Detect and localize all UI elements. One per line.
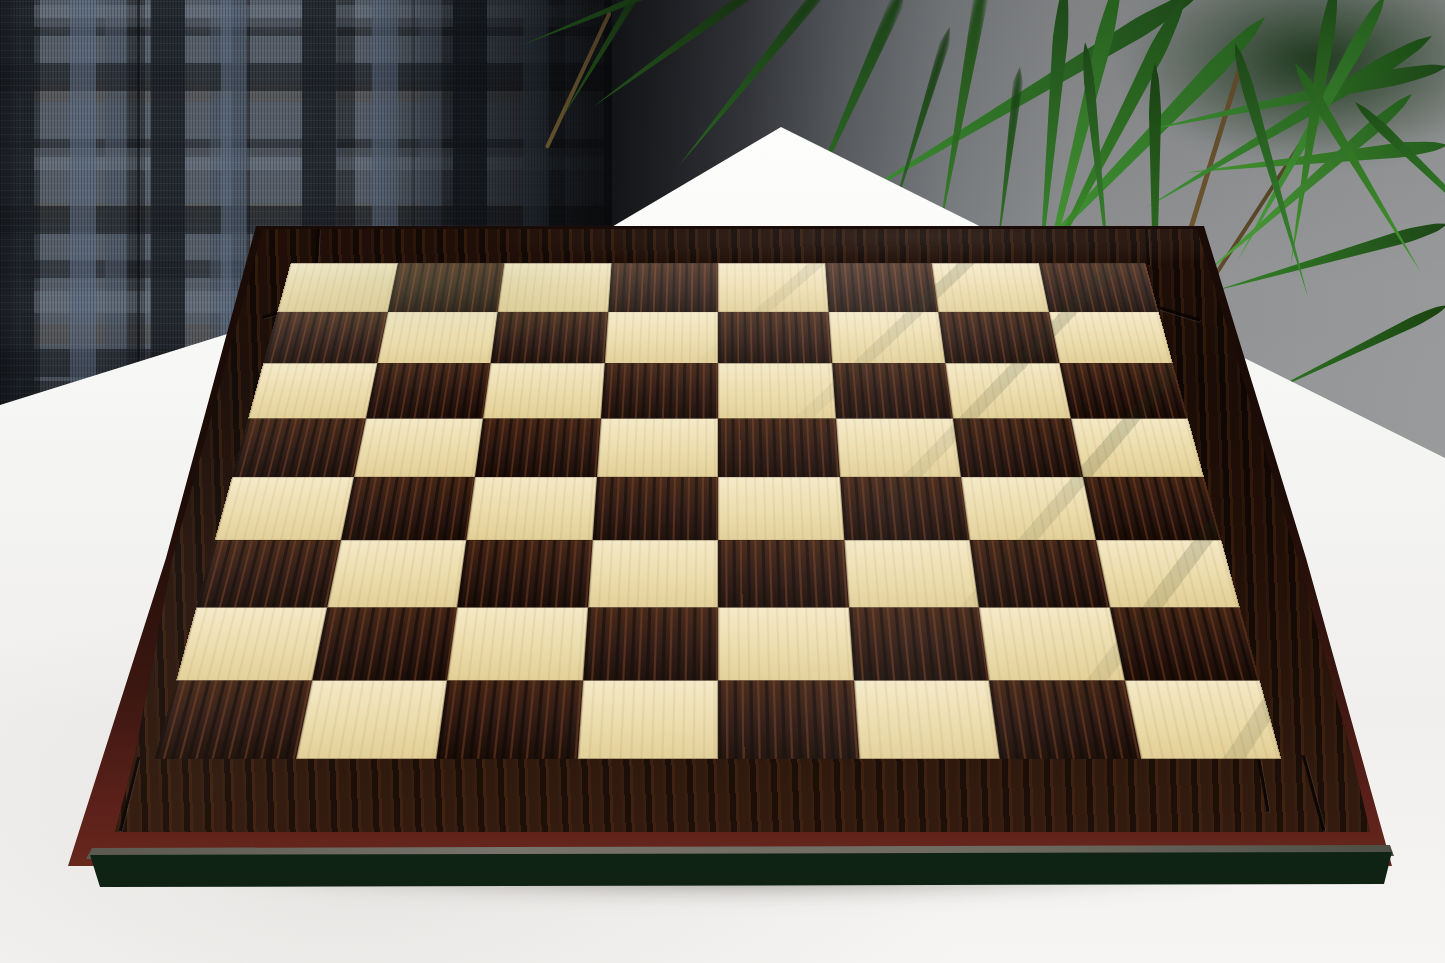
square-r7c6 (848, 607, 988, 680)
square-r1c3 (498, 263, 611, 311)
square-r7c3 (447, 607, 587, 680)
square-r7c4 (583, 607, 718, 680)
square-r4c5 (718, 418, 840, 477)
square-r7c2 (312, 607, 457, 680)
square-r5c5 (718, 477, 844, 540)
scene (0, 0, 1445, 963)
square-r5c6 (840, 477, 970, 540)
square-r4c4 (597, 418, 719, 477)
square-r3c6 (832, 363, 953, 418)
square-r1c6 (825, 263, 938, 311)
square-r8c2 (296, 680, 448, 758)
frame-corner-groove (1156, 305, 1201, 321)
square-r5c8 (1083, 477, 1222, 540)
square-r3c1 (248, 363, 377, 418)
square-r6c8 (1095, 540, 1239, 608)
square-r4c7 (953, 418, 1083, 477)
palm-leaf (587, 0, 769, 114)
square-r3c4 (601, 363, 718, 418)
square-r2c8 (1048, 312, 1172, 364)
square-r7c7 (979, 607, 1124, 680)
square-r5c3 (466, 477, 596, 540)
square-r6c4 (588, 540, 718, 608)
square-r3c2 (366, 363, 491, 418)
square-r7c8 (1109, 607, 1259, 680)
square-r2c4 (604, 312, 718, 364)
square-r5c4 (592, 477, 718, 540)
square-r8c1 (155, 680, 312, 758)
square-r6c2 (327, 540, 467, 608)
square-r2c3 (491, 312, 608, 364)
frame-corner-groove (1302, 755, 1325, 831)
square-r5c1 (215, 477, 354, 540)
square-r1c4 (608, 263, 718, 311)
square-r6c6 (844, 540, 979, 608)
frame-corner-groove (1145, 229, 1150, 265)
square-r7c5 (718, 607, 853, 680)
square-r6c7 (970, 540, 1110, 608)
square-r4c6 (835, 418, 961, 477)
square-r2c2 (377, 312, 498, 364)
square-r6c5 (718, 540, 848, 608)
square-r2c1 (263, 312, 387, 364)
square-r2c7 (938, 312, 1059, 364)
square-r2c5 (718, 312, 832, 364)
square-r6c3 (457, 540, 592, 608)
square-r1c5 (718, 263, 828, 311)
square-r4c2 (354, 418, 484, 477)
playing-area-grid (155, 263, 1282, 758)
square-r1c2 (388, 263, 505, 311)
square-r4c1 (232, 418, 366, 477)
frame-corner-groove (315, 229, 320, 265)
square-r3c7 (945, 363, 1070, 418)
square-r3c3 (483, 363, 604, 418)
square-r6c1 (196, 540, 340, 608)
square-r5c2 (341, 477, 475, 540)
square-r1c8 (1039, 263, 1159, 311)
square-r8c3 (436, 680, 582, 758)
square-r4c8 (1070, 418, 1204, 477)
square-r8c4 (577, 680, 718, 758)
square-r8c7 (989, 680, 1141, 758)
square-r3c8 (1059, 363, 1188, 418)
square-r7c1 (176, 607, 326, 680)
square-r3c5 (718, 363, 835, 418)
chessboard (155, 263, 1282, 758)
square-r5c7 (961, 477, 1095, 540)
square-r1c1 (277, 263, 397, 311)
square-r8c8 (1124, 680, 1281, 758)
square-r8c6 (853, 680, 999, 758)
frame-corner-groove (1258, 760, 1270, 812)
square-r2c6 (828, 312, 945, 364)
palm-leaf (556, 0, 650, 124)
square-r4c3 (475, 418, 601, 477)
square-r1c7 (932, 263, 1049, 311)
square-r8c5 (718, 680, 859, 758)
